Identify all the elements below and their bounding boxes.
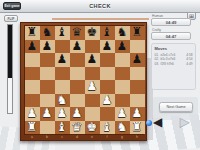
black-pawn: ♟ — [85, 53, 100, 67]
square-h2[interactable]: ♟ — [130, 107, 145, 121]
white-rook: ♜ — [25, 121, 40, 135]
square-f2[interactable] — [100, 107, 115, 121]
square-g5[interactable] — [115, 67, 130, 81]
square-d5[interactable] — [70, 67, 85, 81]
square-c4[interactable] — [55, 80, 70, 94]
square-a5[interactable] — [25, 67, 40, 81]
chess-app: { "game": "chess", "position": "rnbqkbnr… — [0, 0, 200, 150]
evaluation-bar-black-portion — [8, 25, 12, 78]
chess-board: ♜♞♝♛♚♝♞♜♟♟♟♟♟♟♟♟♟♞♟♟♟♟♟♟♟♜♝♛♚♝♞♜ abcdefg… — [20, 22, 147, 141]
square-b4[interactable] — [40, 80, 55, 94]
square-h3[interactable] — [130, 94, 145, 108]
black-rook: ♜ — [130, 26, 145, 40]
square-e7[interactable] — [85, 40, 100, 54]
white-pawn: ♟ — [85, 80, 100, 94]
evaluation-bar — [7, 24, 13, 114]
moves-list: Moves 01.e2e4 c7c64:5802.b1c3 e7e64:5403… — [151, 43, 196, 90]
app-title: CHECK — [0, 0, 200, 12]
square-f1[interactable]: ♝ — [100, 121, 115, 135]
square-b8[interactable]: ♞ — [40, 26, 55, 40]
black-pawn: ♟ — [40, 40, 55, 54]
black-bishop: ♝ — [55, 26, 70, 40]
next-game-button[interactable]: Next Game — [159, 102, 193, 112]
square-g2[interactable]: ♟ — [115, 107, 130, 121]
square-e3[interactable] — [85, 94, 100, 108]
square-e6[interactable]: ♟ — [85, 53, 100, 67]
square-a3[interactable] — [25, 94, 40, 108]
white-pawn: ♟ — [70, 107, 85, 121]
moves-title: Moves — [155, 46, 193, 51]
file-label-c: c — [55, 135, 70, 139]
square-a4[interactable] — [25, 80, 40, 94]
black-pawn: ♟ — [25, 40, 40, 54]
square-f6[interactable] — [100, 53, 115, 67]
white-player-label: Human — [152, 14, 163, 18]
top-bar: Exit game CHECK — [0, 0, 200, 13]
board-squares: ♜♞♝♛♚♝♞♜♟♟♟♟♟♟♟♟♟♞♟♟♟♟♟♟♟♜♝♛♚♝♞♜ — [25, 26, 143, 134]
square-a2[interactable]: ♟ — [25, 107, 40, 121]
square-e2[interactable] — [85, 107, 100, 121]
black-queen: ♛ — [70, 26, 85, 40]
square-d7[interactable]: ♟ — [70, 40, 85, 54]
square-c3[interactable]: ♞ — [55, 94, 70, 108]
square-b3[interactable] — [40, 94, 55, 108]
white-pawn: ♟ — [115, 107, 130, 121]
square-g3[interactable] — [115, 94, 130, 108]
square-g6[interactable] — [115, 53, 130, 67]
square-e1[interactable]: ♚ — [85, 121, 100, 135]
white-pawn: ♟ — [130, 107, 145, 121]
square-h8[interactable]: ♜ — [130, 26, 145, 40]
square-g1[interactable]: ♞ — [115, 121, 130, 135]
square-e4[interactable]: ♟ — [85, 80, 100, 94]
square-c6[interactable]: ♟ — [55, 53, 70, 67]
flip-board-button[interactable]: FLIP — [4, 15, 18, 22]
black-clock: 04:47 — [151, 32, 191, 40]
square-a8[interactable]: ♜ — [25, 26, 40, 40]
white-clock: 04:49 — [151, 18, 191, 26]
white-bishop: ♝ — [55, 121, 70, 135]
move-mtxt: f2f3 h7h6 — [161, 62, 187, 67]
square-b6[interactable] — [40, 53, 55, 67]
square-g8[interactable]: ♞ — [115, 26, 130, 40]
square-h7[interactable] — [130, 40, 145, 54]
square-b5[interactable] — [40, 67, 55, 81]
blue-sphere-icon — [146, 120, 152, 126]
black-knight: ♞ — [115, 26, 130, 40]
background-board-reflection — [52, 18, 149, 20]
square-c1[interactable]: ♝ — [55, 121, 70, 135]
square-e5[interactable] — [85, 67, 100, 81]
move-row: 03.f2f3 h7h64:49 — [155, 62, 193, 67]
square-a7[interactable]: ♟ — [25, 40, 40, 54]
square-h1[interactable]: ♜ — [130, 121, 145, 135]
file-label-d: d — [70, 135, 85, 139]
square-c2[interactable]: ♟ — [55, 107, 70, 121]
square-h6[interactable]: ♟ — [130, 53, 145, 67]
white-rook: ♜ — [130, 121, 145, 135]
square-d4[interactable] — [70, 80, 85, 94]
file-label-f: f — [100, 135, 115, 139]
square-a6[interactable] — [25, 53, 40, 67]
square-d2[interactable]: ♟ — [70, 107, 85, 121]
square-f7[interactable]: ♟ — [100, 40, 115, 54]
square-b2[interactable]: ♟ — [40, 107, 55, 121]
black-pawn: ♟ — [100, 40, 115, 54]
square-f4[interactable] — [100, 80, 115, 94]
square-b7[interactable]: ♟ — [40, 40, 55, 54]
square-d6[interactable] — [70, 53, 85, 67]
square-b1[interactable] — [40, 121, 55, 135]
file-labels: abcdefgh — [25, 135, 143, 139]
square-d3[interactable] — [70, 94, 85, 108]
black-king: ♚ — [85, 26, 100, 40]
square-h4[interactable] — [130, 80, 145, 94]
square-c7[interactable] — [55, 40, 70, 54]
square-a1[interactable]: ♜ — [25, 121, 40, 135]
white-queen: ♛ — [70, 121, 85, 135]
black-knight: ♞ — [40, 26, 55, 40]
white-king: ♚ — [85, 121, 100, 135]
black-player-label: Crafty — [152, 28, 161, 32]
black-bishop: ♝ — [100, 26, 115, 40]
white-pawn: ♟ — [40, 107, 55, 121]
file-label-e: e — [85, 135, 100, 139]
white-knight: ♞ — [115, 121, 130, 135]
white-bishop: ♝ — [100, 121, 115, 135]
square-g4[interactable] — [115, 80, 130, 94]
black-rook: ♜ — [25, 26, 40, 40]
move-mval: 4:49 — [186, 62, 192, 67]
black-pawn: ♟ — [70, 40, 85, 54]
previous-move-button[interactable]: ◀ — [153, 115, 162, 129]
white-pawn: ♟ — [100, 94, 115, 108]
square-h5[interactable] — [130, 67, 145, 81]
square-d8[interactable]: ♛ — [70, 26, 85, 40]
white-knight: ♞ — [55, 94, 70, 108]
black-pawn: ♟ — [130, 53, 145, 67]
square-c5[interactable] — [55, 67, 70, 81]
black-pawn: ♟ — [115, 40, 130, 54]
square-c8[interactable]: ♝ — [55, 26, 70, 40]
square-g7[interactable]: ♟ — [115, 40, 130, 54]
square-f3[interactable]: ♟ — [100, 94, 115, 108]
file-label-h: h — [130, 135, 145, 139]
file-label-b: b — [40, 135, 55, 139]
square-f5[interactable] — [100, 67, 115, 81]
white-pawn: ♟ — [55, 107, 70, 121]
square-e8[interactable]: ♚ — [85, 26, 100, 40]
square-d1[interactable]: ♛ — [70, 121, 85, 135]
file-label-g: g — [115, 135, 130, 139]
file-label-a: a — [25, 135, 40, 139]
next-move-button[interactable]: ▶ — [180, 115, 189, 129]
black-pawn: ♟ — [55, 53, 70, 67]
white-pawn: ♟ — [25, 107, 40, 121]
moves-rows: 01.e2e4 c7c64:5802.b1c3 e7e64:5403.f2f3 … — [155, 53, 193, 67]
square-f8[interactable]: ♝ — [100, 26, 115, 40]
